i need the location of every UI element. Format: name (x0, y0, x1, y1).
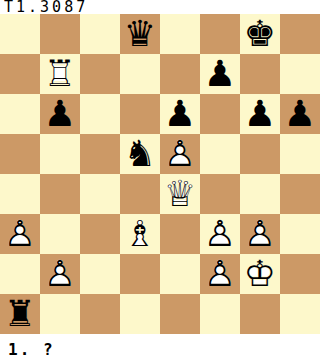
black-king: ♚ (240, 14, 280, 54)
piece-outline-layer: ♙ (40, 254, 80, 294)
square-a6[interactable] (0, 94, 40, 134)
white-rook: ♜♖ (40, 54, 80, 94)
piece-glyph: ♟ (160, 94, 200, 134)
black-queen: ♛ (120, 14, 160, 54)
piece-outline-layer: ♕ (160, 174, 200, 214)
square-a4[interactable] (0, 174, 40, 214)
square-d1[interactable] (120, 294, 160, 334)
square-g8[interactable]: ♚ (240, 14, 280, 54)
piece-glyph: ♚ (240, 14, 280, 54)
square-e5[interactable]: ♟♙ (160, 134, 200, 174)
square-h8[interactable] (280, 14, 320, 54)
square-g7[interactable] (240, 54, 280, 94)
piece-outline-layer: ♙ (200, 254, 240, 294)
square-b1[interactable] (40, 294, 80, 334)
piece-glyph: ♜ (0, 294, 40, 334)
square-e1[interactable] (160, 294, 200, 334)
square-g6[interactable]: ♟ (240, 94, 280, 134)
square-d3[interactable]: ♝♗ (120, 214, 160, 254)
square-h5[interactable] (280, 134, 320, 174)
square-e6[interactable]: ♟ (160, 94, 200, 134)
white-king: ♚♔ (240, 254, 280, 294)
square-c6[interactable] (80, 94, 120, 134)
square-c8[interactable] (80, 14, 120, 54)
square-h6[interactable]: ♟ (280, 94, 320, 134)
piece-glyph: ♟ (200, 54, 240, 94)
piece-outline-layer: ♙ (160, 134, 200, 174)
square-g3[interactable]: ♟♙ (240, 214, 280, 254)
chess-board: ♛♚♜♖♟♟♟♟♟♞♟♙♛♕♟♙♝♗♟♙♟♙♟♙♟♙♚♔♜ (0, 14, 320, 334)
square-e3[interactable] (160, 214, 200, 254)
square-f8[interactable] (200, 14, 240, 54)
square-b5[interactable] (40, 134, 80, 174)
square-g2[interactable]: ♚♔ (240, 254, 280, 294)
square-b8[interactable] (40, 14, 80, 54)
square-e8[interactable] (160, 14, 200, 54)
black-rook: ♜ (0, 294, 40, 334)
square-b6[interactable]: ♟ (40, 94, 80, 134)
white-pawn: ♟♙ (160, 134, 200, 174)
piece-glyph: ♟ (280, 94, 320, 134)
square-f7[interactable]: ♟ (200, 54, 240, 94)
piece-outline-layer: ♙ (0, 214, 40, 254)
square-h1[interactable] (280, 294, 320, 334)
square-h3[interactable] (280, 214, 320, 254)
piece-outline-layer: ♖ (40, 54, 80, 94)
piece-glyph: ♟ (40, 94, 80, 134)
piece-outline-layer: ♙ (240, 214, 280, 254)
puzzle-id-label: T1.3087 (0, 0, 320, 14)
white-pawn: ♟♙ (40, 254, 80, 294)
square-d8[interactable]: ♛ (120, 14, 160, 54)
square-b7[interactable]: ♜♖ (40, 54, 80, 94)
black-pawn: ♟ (40, 94, 80, 134)
square-h4[interactable] (280, 174, 320, 214)
square-c1[interactable] (80, 294, 120, 334)
square-f2[interactable]: ♟♙ (200, 254, 240, 294)
square-h7[interactable] (280, 54, 320, 94)
square-f6[interactable] (200, 94, 240, 134)
square-c3[interactable] (80, 214, 120, 254)
black-pawn: ♟ (200, 54, 240, 94)
square-e2[interactable] (160, 254, 200, 294)
black-pawn: ♟ (160, 94, 200, 134)
move-prompt-label: 1. ? (0, 340, 320, 359)
white-pawn: ♟♙ (240, 214, 280, 254)
square-g1[interactable] (240, 294, 280, 334)
square-d5[interactable]: ♞ (120, 134, 160, 174)
black-knight: ♞ (120, 134, 160, 174)
square-b2[interactable]: ♟♙ (40, 254, 80, 294)
square-g4[interactable] (240, 174, 280, 214)
square-f3[interactable]: ♟♙ (200, 214, 240, 254)
square-a3[interactable]: ♟♙ (0, 214, 40, 254)
square-d2[interactable] (120, 254, 160, 294)
white-pawn: ♟♙ (0, 214, 40, 254)
square-c7[interactable] (80, 54, 120, 94)
square-g5[interactable] (240, 134, 280, 174)
square-a5[interactable] (0, 134, 40, 174)
square-d4[interactable] (120, 174, 160, 214)
piece-outline-layer: ♔ (240, 254, 280, 294)
square-a2[interactable] (0, 254, 40, 294)
square-h2[interactable] (280, 254, 320, 294)
square-e7[interactable] (160, 54, 200, 94)
square-f4[interactable] (200, 174, 240, 214)
black-pawn: ♟ (280, 94, 320, 134)
white-pawn: ♟♙ (200, 254, 240, 294)
white-queen: ♛♕ (160, 174, 200, 214)
square-f1[interactable] (200, 294, 240, 334)
piece-glyph: ♞ (120, 134, 160, 174)
square-d7[interactable] (120, 54, 160, 94)
square-a7[interactable] (0, 54, 40, 94)
square-b4[interactable] (40, 174, 80, 214)
square-c2[interactable] (80, 254, 120, 294)
square-a8[interactable] (0, 14, 40, 54)
square-d6[interactable] (120, 94, 160, 134)
square-e4[interactable]: ♛♕ (160, 174, 200, 214)
square-c4[interactable] (80, 174, 120, 214)
piece-outline-layer: ♗ (120, 214, 160, 254)
piece-glyph: ♛ (120, 14, 160, 54)
white-bishop: ♝♗ (120, 214, 160, 254)
square-f5[interactable] (200, 134, 240, 174)
square-a1[interactable]: ♜ (0, 294, 40, 334)
white-pawn: ♟♙ (200, 214, 240, 254)
piece-outline-layer: ♙ (200, 214, 240, 254)
piece-glyph: ♟ (240, 94, 280, 134)
square-b3[interactable] (40, 214, 80, 254)
square-c5[interactable] (80, 134, 120, 174)
black-pawn: ♟ (240, 94, 280, 134)
